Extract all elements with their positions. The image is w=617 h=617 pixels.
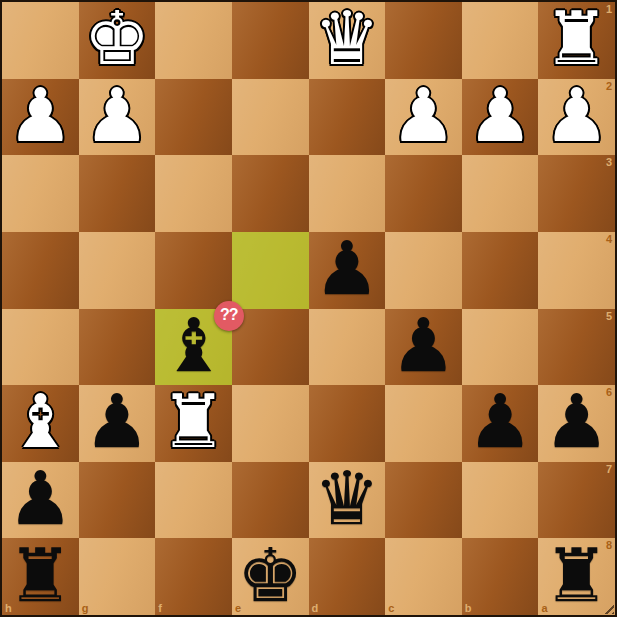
black-king[interactable]: ♚ xyxy=(232,538,309,615)
black-pawn[interactable]: ♟ xyxy=(538,385,615,462)
black-rook[interactable]: ♜ xyxy=(538,538,615,615)
square-h7[interactable]: ♟ xyxy=(2,462,79,539)
white-queen[interactable]: ♛ xyxy=(309,2,386,79)
square-a8[interactable]: ♜8a xyxy=(538,538,615,615)
square-c5[interactable]: ♟ xyxy=(385,309,462,386)
square-h4[interactable] xyxy=(2,232,79,309)
square-g1[interactable]: ♚ xyxy=(79,2,156,79)
square-e6[interactable] xyxy=(232,385,309,462)
square-b6[interactable]: ♟ xyxy=(462,385,539,462)
square-h8[interactable]: ♜h xyxy=(2,538,79,615)
square-f3[interactable] xyxy=(155,155,232,232)
square-e4[interactable] xyxy=(232,232,309,309)
black-rook[interactable]: ♜ xyxy=(2,538,79,615)
square-h5[interactable] xyxy=(2,309,79,386)
square-d3[interactable] xyxy=(309,155,386,232)
square-g5[interactable] xyxy=(79,309,156,386)
square-e3[interactable] xyxy=(232,155,309,232)
square-a4[interactable]: 4 xyxy=(538,232,615,309)
square-f7[interactable] xyxy=(155,462,232,539)
square-c3[interactable] xyxy=(385,155,462,232)
square-g3[interactable] xyxy=(79,155,156,232)
square-e1[interactable] xyxy=(232,2,309,79)
white-king[interactable]: ♚ xyxy=(79,2,156,79)
square-h6[interactable]: ♝ xyxy=(2,385,79,462)
square-d5[interactable] xyxy=(309,309,386,386)
square-f6[interactable]: ♜ xyxy=(155,385,232,462)
square-d6[interactable] xyxy=(309,385,386,462)
square-d7[interactable]: ♛ xyxy=(309,462,386,539)
black-pawn[interactable]: ♟ xyxy=(79,385,156,462)
file-label-d: d xyxy=(312,602,319,614)
square-a2[interactable]: ♟2 xyxy=(538,79,615,156)
square-b7[interactable] xyxy=(462,462,539,539)
square-b4[interactable] xyxy=(462,232,539,309)
square-b1[interactable] xyxy=(462,2,539,79)
white-pawn[interactable]: ♟ xyxy=(79,79,156,156)
rank-label-7: 7 xyxy=(606,463,612,475)
white-pawn[interactable]: ♟ xyxy=(385,79,462,156)
white-rook[interactable]: ♜ xyxy=(155,385,232,462)
black-pawn[interactable]: ♟ xyxy=(2,462,79,539)
square-e2[interactable] xyxy=(232,79,309,156)
rank-label-5: 5 xyxy=(606,310,612,322)
square-f1[interactable] xyxy=(155,2,232,79)
white-pawn[interactable]: ♟ xyxy=(2,79,79,156)
square-d2[interactable] xyxy=(309,79,386,156)
black-pawn[interactable]: ♟ xyxy=(385,309,462,386)
white-pawn[interactable]: ♟ xyxy=(538,79,615,156)
square-b8[interactable]: b xyxy=(462,538,539,615)
square-a3[interactable]: 3 xyxy=(538,155,615,232)
chess-board: ♚♛♜1♟♟♟♟♟23♟4♝??♟5♝♟♜♟♟6♟♛7♜hgf♚edcb♜8a xyxy=(0,0,617,617)
square-g4[interactable] xyxy=(79,232,156,309)
black-pawn[interactable]: ♟ xyxy=(462,385,539,462)
square-b5[interactable] xyxy=(462,309,539,386)
square-e7[interactable] xyxy=(232,462,309,539)
square-g7[interactable] xyxy=(79,462,156,539)
square-c2[interactable]: ♟ xyxy=(385,79,462,156)
square-f5[interactable]: ♝?? xyxy=(155,309,232,386)
square-c1[interactable] xyxy=(385,2,462,79)
blunder-badge: ?? xyxy=(214,301,244,331)
white-bishop[interactable]: ♝ xyxy=(2,385,79,462)
square-b3[interactable] xyxy=(462,155,539,232)
file-label-b: b xyxy=(465,602,472,614)
square-a5[interactable]: 5 xyxy=(538,309,615,386)
white-pawn[interactable]: ♟ xyxy=(462,79,539,156)
square-c6[interactable] xyxy=(385,385,462,462)
square-e8[interactable]: ♚e xyxy=(232,538,309,615)
square-a1[interactable]: ♜1 xyxy=(538,2,615,79)
square-c7[interactable] xyxy=(385,462,462,539)
square-d8[interactable]: d xyxy=(309,538,386,615)
file-label-c: c xyxy=(388,602,394,614)
square-g6[interactable]: ♟ xyxy=(79,385,156,462)
square-f8[interactable]: f xyxy=(155,538,232,615)
square-h2[interactable]: ♟ xyxy=(2,79,79,156)
black-pawn[interactable]: ♟ xyxy=(309,232,386,309)
square-g2[interactable]: ♟ xyxy=(79,79,156,156)
square-f2[interactable] xyxy=(155,79,232,156)
square-a6[interactable]: ♟6 xyxy=(538,385,615,462)
square-g8[interactable]: g xyxy=(79,538,156,615)
square-h1[interactable] xyxy=(2,2,79,79)
square-h3[interactable] xyxy=(2,155,79,232)
square-c4[interactable] xyxy=(385,232,462,309)
square-a7[interactable]: 7 xyxy=(538,462,615,539)
white-rook[interactable]: ♜ xyxy=(538,2,615,79)
black-queen[interactable]: ♛ xyxy=(309,462,386,539)
file-label-f: f xyxy=(158,602,162,614)
square-d4[interactable]: ♟ xyxy=(309,232,386,309)
rank-label-3: 3 xyxy=(606,156,612,168)
square-c8[interactable]: c xyxy=(385,538,462,615)
square-b2[interactable]: ♟ xyxy=(462,79,539,156)
board-wrapper: ♚♛♜1♟♟♟♟♟23♟4♝??♟5♝♟♜♟♟6♟♛7♜hgf♚edcb♜8a xyxy=(0,0,617,617)
square-d1[interactable]: ♛ xyxy=(309,2,386,79)
file-label-g: g xyxy=(82,602,89,614)
square-f4[interactable] xyxy=(155,232,232,309)
rank-label-4: 4 xyxy=(606,233,612,245)
